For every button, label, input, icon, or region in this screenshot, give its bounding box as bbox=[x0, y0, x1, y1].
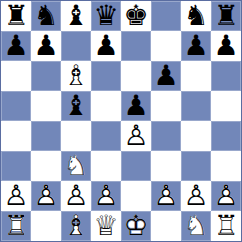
square-d1[interactable]: ♛♕ bbox=[91, 211, 121, 241]
square-d2[interactable]: ♟♙ bbox=[91, 181, 121, 211]
piece-white-pawn[interactable]: ♟♙ bbox=[151, 181, 181, 211]
square-d7[interactable]: ♟ bbox=[91, 31, 121, 61]
piece-black-knight[interactable]: ♞ bbox=[31, 1, 61, 31]
piece-white-knight[interactable]: ♞♘ bbox=[61, 151, 91, 181]
square-d5[interactable] bbox=[91, 91, 121, 121]
square-c3[interactable]: ♞♘ bbox=[61, 151, 91, 181]
square-g8[interactable]: ♞ bbox=[181, 1, 211, 31]
square-d8[interactable]: ♛ bbox=[91, 1, 121, 31]
piece-white-rook[interactable]: ♜♖ bbox=[1, 211, 31, 241]
square-b6[interactable] bbox=[31, 61, 61, 91]
piece-black-pawn[interactable]: ♟ bbox=[91, 31, 121, 61]
square-c6[interactable]: ♝♗ bbox=[61, 61, 91, 91]
piece-white-king[interactable]: ♚♔ bbox=[121, 211, 151, 241]
square-d3[interactable] bbox=[91, 151, 121, 181]
piece-black-pawn[interactable]: ♟ bbox=[181, 31, 211, 61]
piece-black-pawn[interactable]: ♟ bbox=[31, 31, 61, 61]
square-e3[interactable] bbox=[121, 151, 151, 181]
piece-outline-glyph: ♙ bbox=[31, 181, 61, 211]
square-c7[interactable] bbox=[61, 31, 91, 61]
piece-outline-glyph: ♖ bbox=[1, 211, 31, 241]
square-h3[interactable] bbox=[211, 151, 241, 181]
piece-black-king[interactable]: ♚ bbox=[121, 1, 151, 31]
piece-outline-glyph: ♗ bbox=[61, 61, 91, 91]
square-a6[interactable] bbox=[1, 61, 31, 91]
square-f2[interactable]: ♟♙ bbox=[151, 181, 181, 211]
piece-white-pawn[interactable]: ♟♙ bbox=[121, 121, 151, 151]
piece-white-pawn[interactable]: ♟♙ bbox=[211, 181, 241, 211]
square-e5[interactable]: ♟ bbox=[121, 91, 151, 121]
square-f7[interactable] bbox=[151, 31, 181, 61]
piece-white-pawn[interactable]: ♟♙ bbox=[91, 181, 121, 211]
piece-glyph: ♟ bbox=[91, 31, 121, 61]
piece-glyph: ♟ bbox=[151, 61, 181, 91]
square-e6[interactable] bbox=[121, 61, 151, 91]
piece-glyph: ♟ bbox=[31, 31, 61, 61]
piece-white-queen[interactable]: ♛♕ bbox=[91, 211, 121, 241]
piece-outline-glyph: ♔ bbox=[121, 211, 151, 241]
square-h7[interactable]: ♟ bbox=[211, 31, 241, 61]
piece-glyph: ♚ bbox=[121, 1, 151, 31]
square-h4[interactable] bbox=[211, 121, 241, 151]
square-b3[interactable] bbox=[31, 151, 61, 181]
piece-black-rook[interactable]: ♜ bbox=[1, 1, 31, 31]
square-b5[interactable] bbox=[31, 91, 61, 121]
piece-glyph: ♟ bbox=[181, 31, 211, 61]
piece-glyph: ♜ bbox=[1, 1, 31, 31]
piece-black-queen[interactable]: ♛ bbox=[91, 1, 121, 31]
square-b8[interactable]: ♞ bbox=[31, 1, 61, 31]
piece-outline-glyph: ♗ bbox=[61, 211, 91, 241]
square-a1[interactable]: ♜♖ bbox=[1, 211, 31, 241]
square-a8[interactable]: ♜ bbox=[1, 1, 31, 31]
piece-white-bishop[interactable]: ♝♗ bbox=[61, 61, 91, 91]
square-h2[interactable]: ♟♙ bbox=[211, 181, 241, 211]
piece-outline-glyph: ♙ bbox=[151, 181, 181, 211]
piece-glyph: ♝ bbox=[61, 1, 91, 31]
piece-white-knight[interactable]: ♞♘ bbox=[181, 211, 211, 241]
piece-outline-glyph: ♙ bbox=[181, 181, 211, 211]
square-e4[interactable]: ♟♙ bbox=[121, 121, 151, 151]
piece-outline-glyph: ♘ bbox=[61, 151, 91, 181]
square-e1[interactable]: ♚♔ bbox=[121, 211, 151, 241]
square-f4[interactable] bbox=[151, 121, 181, 151]
piece-black-bishop[interactable]: ♝ bbox=[61, 1, 91, 31]
piece-outline-glyph: ♖ bbox=[211, 211, 241, 241]
piece-glyph: ♞ bbox=[181, 1, 211, 31]
square-h8[interactable]: ♜ bbox=[211, 1, 241, 31]
square-c4[interactable] bbox=[61, 121, 91, 151]
square-b7[interactable]: ♟ bbox=[31, 31, 61, 61]
piece-white-pawn[interactable]: ♟♙ bbox=[1, 181, 31, 211]
piece-white-pawn[interactable]: ♟♙ bbox=[181, 181, 211, 211]
piece-outline-glyph: ♕ bbox=[91, 211, 121, 241]
square-h1[interactable]: ♜♖ bbox=[211, 211, 241, 241]
square-h5[interactable] bbox=[211, 91, 241, 121]
square-e7[interactable] bbox=[121, 31, 151, 61]
piece-glyph: ♞ bbox=[31, 1, 61, 31]
square-d4[interactable] bbox=[91, 121, 121, 151]
piece-outline-glyph: ♙ bbox=[1, 181, 31, 211]
square-b4[interactable] bbox=[31, 121, 61, 151]
piece-glyph: ♟ bbox=[211, 31, 241, 61]
square-c5[interactable]: ♝ bbox=[61, 91, 91, 121]
piece-white-rook[interactable]: ♜♖ bbox=[211, 211, 241, 241]
square-e8[interactable]: ♚ bbox=[121, 1, 151, 31]
piece-outline-glyph: ♙ bbox=[91, 181, 121, 211]
piece-black-knight[interactable]: ♞ bbox=[181, 1, 211, 31]
square-f1[interactable] bbox=[151, 211, 181, 241]
square-a2[interactable]: ♟♙ bbox=[1, 181, 31, 211]
square-g1[interactable]: ♞♘ bbox=[181, 211, 211, 241]
piece-black-pawn[interactable]: ♟ bbox=[151, 61, 181, 91]
square-a4[interactable] bbox=[1, 121, 31, 151]
square-g4[interactable] bbox=[181, 121, 211, 151]
square-b1[interactable] bbox=[31, 211, 61, 241]
piece-black-pawn[interactable]: ♟ bbox=[121, 91, 151, 121]
piece-outline-glyph: ♙ bbox=[61, 181, 91, 211]
piece-white-pawn[interactable]: ♟♙ bbox=[31, 181, 61, 211]
square-b2[interactable]: ♟♙ bbox=[31, 181, 61, 211]
piece-glyph: ♟ bbox=[121, 91, 151, 121]
chess-board: ♜♞♝♛♚♞♜♟♟♟♟♟♝♗♟♝♟♟♙♞♘♟♙♟♙♟♙♟♙♟♙♟♙♟♙♜♖♝♗♛… bbox=[0, 0, 242, 242]
square-f8[interactable] bbox=[151, 1, 181, 31]
square-a7[interactable]: ♟ bbox=[1, 31, 31, 61]
square-a5[interactable] bbox=[1, 91, 31, 121]
piece-black-pawn[interactable]: ♟ bbox=[1, 31, 31, 61]
square-f5[interactable] bbox=[151, 91, 181, 121]
square-g5[interactable] bbox=[181, 91, 211, 121]
square-e2[interactable] bbox=[121, 181, 151, 211]
square-g2[interactable]: ♟♙ bbox=[181, 181, 211, 211]
piece-glyph: ♝ bbox=[61, 91, 91, 121]
piece-outline-glyph: ♘ bbox=[181, 211, 211, 241]
square-f6[interactable]: ♟ bbox=[151, 61, 181, 91]
piece-glyph: ♟ bbox=[1, 31, 31, 61]
piece-glyph: ♜ bbox=[211, 1, 241, 31]
piece-black-rook[interactable]: ♜ bbox=[211, 1, 241, 31]
square-d6[interactable] bbox=[91, 61, 121, 91]
piece-black-bishop[interactable]: ♝ bbox=[61, 91, 91, 121]
piece-outline-glyph: ♙ bbox=[211, 181, 241, 211]
square-c1[interactable]: ♝♗ bbox=[61, 211, 91, 241]
piece-black-pawn[interactable]: ♟ bbox=[211, 31, 241, 61]
piece-white-pawn[interactable]: ♟♙ bbox=[61, 181, 91, 211]
square-c8[interactable]: ♝ bbox=[61, 1, 91, 31]
square-g7[interactable]: ♟ bbox=[181, 31, 211, 61]
square-c2[interactable]: ♟♙ bbox=[61, 181, 91, 211]
square-a3[interactable] bbox=[1, 151, 31, 181]
square-g3[interactable] bbox=[181, 151, 211, 181]
square-h6[interactable] bbox=[211, 61, 241, 91]
square-f3[interactable] bbox=[151, 151, 181, 181]
piece-outline-glyph: ♙ bbox=[121, 121, 151, 151]
piece-white-bishop[interactable]: ♝♗ bbox=[61, 211, 91, 241]
piece-glyph: ♛ bbox=[91, 1, 121, 31]
square-g6[interactable] bbox=[181, 61, 211, 91]
